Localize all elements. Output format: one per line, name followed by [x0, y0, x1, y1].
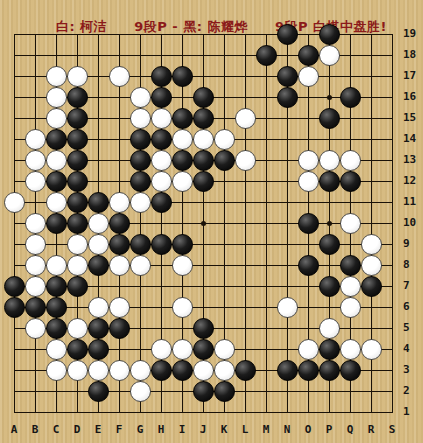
intersection-D2[interactable] [67, 381, 88, 402]
intersection-H19[interactable] [151, 24, 172, 45]
intersection-H10[interactable] [151, 213, 172, 234]
intersection-O9[interactable] [298, 234, 319, 255]
intersection-I2[interactable] [172, 381, 193, 402]
intersection-B14[interactable] [25, 129, 46, 150]
intersection-C5[interactable] [46, 318, 67, 339]
intersection-N1[interactable] [277, 402, 298, 423]
intersection-O1[interactable] [298, 402, 319, 423]
intersection-P17[interactable] [319, 66, 340, 87]
intersection-G18[interactable] [130, 45, 151, 66]
intersection-J5[interactable] [193, 318, 214, 339]
intersection-M9[interactable] [256, 234, 277, 255]
intersection-C13[interactable] [46, 150, 67, 171]
intersection-B16[interactable] [25, 87, 46, 108]
intersection-N10[interactable] [277, 213, 298, 234]
intersection-K4[interactable] [214, 339, 235, 360]
intersection-I5[interactable] [172, 318, 193, 339]
intersection-J19[interactable] [193, 24, 214, 45]
intersection-O8[interactable] [298, 255, 319, 276]
intersection-M8[interactable] [256, 255, 277, 276]
intersection-A16[interactable] [4, 87, 25, 108]
intersection-N6[interactable] [277, 297, 298, 318]
intersection-I10[interactable] [172, 213, 193, 234]
intersection-S9[interactable] [382, 234, 403, 255]
intersection-I3[interactable] [172, 360, 193, 381]
intersection-F18[interactable] [109, 45, 130, 66]
intersection-P16[interactable] [319, 87, 340, 108]
intersection-O5[interactable] [298, 318, 319, 339]
intersection-E7[interactable] [88, 276, 109, 297]
intersection-N3[interactable] [277, 360, 298, 381]
intersection-O17[interactable] [298, 66, 319, 87]
intersection-B7[interactable] [25, 276, 46, 297]
intersection-Q4[interactable] [340, 339, 361, 360]
intersection-C6[interactable] [46, 297, 67, 318]
intersection-K10[interactable] [214, 213, 235, 234]
intersection-H12[interactable] [151, 171, 172, 192]
intersection-N5[interactable] [277, 318, 298, 339]
intersection-N15[interactable] [277, 108, 298, 129]
intersection-R3[interactable] [361, 360, 382, 381]
intersection-R5[interactable] [361, 318, 382, 339]
intersection-N7[interactable] [277, 276, 298, 297]
intersection-F13[interactable] [109, 150, 130, 171]
intersection-K7[interactable] [214, 276, 235, 297]
intersection-N16[interactable] [277, 87, 298, 108]
intersection-K1[interactable] [214, 402, 235, 423]
intersection-O6[interactable] [298, 297, 319, 318]
intersection-K18[interactable] [214, 45, 235, 66]
intersection-I8[interactable] [172, 255, 193, 276]
intersection-S1[interactable] [382, 402, 403, 423]
intersection-K19[interactable] [214, 24, 235, 45]
intersection-B19[interactable] [25, 24, 46, 45]
intersection-L7[interactable] [235, 276, 256, 297]
intersection-P13[interactable] [319, 150, 340, 171]
intersection-S6[interactable] [382, 297, 403, 318]
intersection-P11[interactable] [319, 192, 340, 213]
intersection-K8[interactable] [214, 255, 235, 276]
intersection-R9[interactable] [361, 234, 382, 255]
intersection-N9[interactable] [277, 234, 298, 255]
intersection-G17[interactable] [130, 66, 151, 87]
intersection-O16[interactable] [298, 87, 319, 108]
intersection-Q6[interactable] [340, 297, 361, 318]
intersection-A19[interactable] [4, 24, 25, 45]
intersection-F1[interactable] [109, 402, 130, 423]
intersection-H14[interactable] [151, 129, 172, 150]
intersection-B4[interactable] [25, 339, 46, 360]
intersection-S18[interactable] [382, 45, 403, 66]
intersection-C16[interactable] [46, 87, 67, 108]
intersection-S16[interactable] [382, 87, 403, 108]
intersection-H7[interactable] [151, 276, 172, 297]
intersection-O4[interactable] [298, 339, 319, 360]
intersection-C1[interactable] [46, 402, 67, 423]
intersection-M6[interactable] [256, 297, 277, 318]
intersection-F11[interactable] [109, 192, 130, 213]
intersection-K2[interactable] [214, 381, 235, 402]
intersection-F16[interactable] [109, 87, 130, 108]
intersection-S15[interactable] [382, 108, 403, 129]
intersection-P10[interactable] [319, 213, 340, 234]
intersection-D9[interactable] [67, 234, 88, 255]
intersection-S10[interactable] [382, 213, 403, 234]
intersection-D11[interactable] [67, 192, 88, 213]
intersection-J17[interactable] [193, 66, 214, 87]
intersection-I18[interactable] [172, 45, 193, 66]
intersection-L15[interactable] [235, 108, 256, 129]
intersection-J8[interactable] [193, 255, 214, 276]
intersection-C15[interactable] [46, 108, 67, 129]
intersection-J16[interactable] [193, 87, 214, 108]
intersection-R19[interactable] [361, 24, 382, 45]
intersection-E13[interactable] [88, 150, 109, 171]
intersection-F3[interactable] [109, 360, 130, 381]
intersection-J10[interactable] [193, 213, 214, 234]
intersection-B3[interactable] [25, 360, 46, 381]
intersection-B9[interactable] [25, 234, 46, 255]
intersection-O11[interactable] [298, 192, 319, 213]
intersection-P6[interactable] [319, 297, 340, 318]
intersection-H11[interactable] [151, 192, 172, 213]
intersection-L16[interactable] [235, 87, 256, 108]
intersection-L19[interactable] [235, 24, 256, 45]
intersection-E15[interactable] [88, 108, 109, 129]
intersection-M10[interactable] [256, 213, 277, 234]
intersection-B15[interactable] [25, 108, 46, 129]
intersection-R17[interactable] [361, 66, 382, 87]
intersection-E12[interactable] [88, 171, 109, 192]
intersection-L18[interactable] [235, 45, 256, 66]
intersection-D7[interactable] [67, 276, 88, 297]
intersection-D3[interactable] [67, 360, 88, 381]
intersection-D18[interactable] [67, 45, 88, 66]
intersection-S2[interactable] [382, 381, 403, 402]
intersection-B6[interactable] [25, 297, 46, 318]
intersection-K15[interactable] [214, 108, 235, 129]
intersection-L6[interactable] [235, 297, 256, 318]
intersection-N2[interactable] [277, 381, 298, 402]
intersection-A7[interactable] [4, 276, 25, 297]
intersection-D15[interactable] [67, 108, 88, 129]
intersection-R12[interactable] [361, 171, 382, 192]
intersection-Q15[interactable] [340, 108, 361, 129]
intersection-J11[interactable] [193, 192, 214, 213]
intersection-G5[interactable] [130, 318, 151, 339]
intersection-Q3[interactable] [340, 360, 361, 381]
intersection-G14[interactable] [130, 129, 151, 150]
intersection-P14[interactable] [319, 129, 340, 150]
intersection-R18[interactable] [361, 45, 382, 66]
intersection-E10[interactable] [88, 213, 109, 234]
intersection-R11[interactable] [361, 192, 382, 213]
intersection-G16[interactable] [130, 87, 151, 108]
intersection-H6[interactable] [151, 297, 172, 318]
intersection-G3[interactable] [130, 360, 151, 381]
intersection-K11[interactable] [214, 192, 235, 213]
intersection-R6[interactable] [361, 297, 382, 318]
intersection-A18[interactable] [4, 45, 25, 66]
intersection-D13[interactable] [67, 150, 88, 171]
intersection-E14[interactable] [88, 129, 109, 150]
intersection-P5[interactable] [319, 318, 340, 339]
intersection-O7[interactable] [298, 276, 319, 297]
intersection-G4[interactable] [130, 339, 151, 360]
intersection-H3[interactable] [151, 360, 172, 381]
intersection-A10[interactable] [4, 213, 25, 234]
intersection-Q8[interactable] [340, 255, 361, 276]
intersection-J9[interactable] [193, 234, 214, 255]
intersection-B8[interactable] [25, 255, 46, 276]
intersection-E8[interactable] [88, 255, 109, 276]
intersection-D5[interactable] [67, 318, 88, 339]
intersection-I14[interactable] [172, 129, 193, 150]
intersection-E5[interactable] [88, 318, 109, 339]
intersection-K17[interactable] [214, 66, 235, 87]
intersection-Q2[interactable] [340, 381, 361, 402]
intersection-P12[interactable] [319, 171, 340, 192]
intersection-M19[interactable] [256, 24, 277, 45]
intersection-M14[interactable] [256, 129, 277, 150]
intersection-S5[interactable] [382, 318, 403, 339]
intersection-B13[interactable] [25, 150, 46, 171]
intersection-A3[interactable] [4, 360, 25, 381]
intersection-N11[interactable] [277, 192, 298, 213]
intersection-N4[interactable] [277, 339, 298, 360]
intersection-H4[interactable] [151, 339, 172, 360]
intersection-J7[interactable] [193, 276, 214, 297]
intersection-S3[interactable] [382, 360, 403, 381]
intersection-I1[interactable] [172, 402, 193, 423]
intersection-B18[interactable] [25, 45, 46, 66]
intersection-H9[interactable] [151, 234, 172, 255]
intersection-C18[interactable] [46, 45, 67, 66]
intersection-C8[interactable] [46, 255, 67, 276]
intersection-E2[interactable] [88, 381, 109, 402]
intersection-E17[interactable] [88, 66, 109, 87]
intersection-P9[interactable] [319, 234, 340, 255]
intersection-B11[interactable] [25, 192, 46, 213]
intersection-Q17[interactable] [340, 66, 361, 87]
intersection-R2[interactable] [361, 381, 382, 402]
intersection-I16[interactable] [172, 87, 193, 108]
intersection-G7[interactable] [130, 276, 151, 297]
intersection-H5[interactable] [151, 318, 172, 339]
intersection-J1[interactable] [193, 402, 214, 423]
intersection-S7[interactable] [382, 276, 403, 297]
intersection-D19[interactable] [67, 24, 88, 45]
intersection-G15[interactable] [130, 108, 151, 129]
intersection-N19[interactable] [277, 24, 298, 45]
intersection-R10[interactable] [361, 213, 382, 234]
intersection-S13[interactable] [382, 150, 403, 171]
intersection-Q11[interactable] [340, 192, 361, 213]
intersection-B17[interactable] [25, 66, 46, 87]
intersection-D6[interactable] [67, 297, 88, 318]
intersection-R1[interactable] [361, 402, 382, 423]
intersection-P19[interactable] [319, 24, 340, 45]
intersection-B1[interactable] [25, 402, 46, 423]
intersection-S17[interactable] [382, 66, 403, 87]
intersection-Q9[interactable] [340, 234, 361, 255]
intersection-P8[interactable] [319, 255, 340, 276]
intersection-J15[interactable] [193, 108, 214, 129]
intersection-G12[interactable] [130, 171, 151, 192]
intersection-E4[interactable] [88, 339, 109, 360]
intersection-F5[interactable] [109, 318, 130, 339]
intersection-E1[interactable] [88, 402, 109, 423]
intersection-Q10[interactable] [340, 213, 361, 234]
intersection-S4[interactable] [382, 339, 403, 360]
intersection-R4[interactable] [361, 339, 382, 360]
intersection-N13[interactable] [277, 150, 298, 171]
intersection-L11[interactable] [235, 192, 256, 213]
intersection-I6[interactable] [172, 297, 193, 318]
intersection-F17[interactable] [109, 66, 130, 87]
intersection-I4[interactable] [172, 339, 193, 360]
intersection-N12[interactable] [277, 171, 298, 192]
intersection-I12[interactable] [172, 171, 193, 192]
intersection-L17[interactable] [235, 66, 256, 87]
intersection-A4[interactable] [4, 339, 25, 360]
intersection-K16[interactable] [214, 87, 235, 108]
intersection-C10[interactable] [46, 213, 67, 234]
intersection-D1[interactable] [67, 402, 88, 423]
intersection-O12[interactable] [298, 171, 319, 192]
intersection-L3[interactable] [235, 360, 256, 381]
intersection-F8[interactable] [109, 255, 130, 276]
intersection-L12[interactable] [235, 171, 256, 192]
intersection-S19[interactable] [382, 24, 403, 45]
intersection-A11[interactable] [4, 192, 25, 213]
intersection-A14[interactable] [4, 129, 25, 150]
intersection-R7[interactable] [361, 276, 382, 297]
intersection-J3[interactable] [193, 360, 214, 381]
intersection-A17[interactable] [4, 66, 25, 87]
intersection-C19[interactable] [46, 24, 67, 45]
intersection-K5[interactable] [214, 318, 235, 339]
intersection-M5[interactable] [256, 318, 277, 339]
intersection-E6[interactable] [88, 297, 109, 318]
intersection-O15[interactable] [298, 108, 319, 129]
intersection-B10[interactable] [25, 213, 46, 234]
intersection-C7[interactable] [46, 276, 67, 297]
intersection-G2[interactable] [130, 381, 151, 402]
intersection-N18[interactable] [277, 45, 298, 66]
intersection-J13[interactable] [193, 150, 214, 171]
intersection-L10[interactable] [235, 213, 256, 234]
intersection-I15[interactable] [172, 108, 193, 129]
intersection-E16[interactable] [88, 87, 109, 108]
intersection-C3[interactable] [46, 360, 67, 381]
intersection-F14[interactable] [109, 129, 130, 150]
intersection-F10[interactable] [109, 213, 130, 234]
intersection-H16[interactable] [151, 87, 172, 108]
intersection-K14[interactable] [214, 129, 235, 150]
intersection-G1[interactable] [130, 402, 151, 423]
intersection-I7[interactable] [172, 276, 193, 297]
intersection-I19[interactable] [172, 24, 193, 45]
intersection-Q5[interactable] [340, 318, 361, 339]
intersection-Q19[interactable] [340, 24, 361, 45]
intersection-D17[interactable] [67, 66, 88, 87]
intersection-N17[interactable] [277, 66, 298, 87]
intersection-S11[interactable] [382, 192, 403, 213]
intersection-O14[interactable] [298, 129, 319, 150]
intersection-N8[interactable] [277, 255, 298, 276]
intersection-P2[interactable] [319, 381, 340, 402]
intersection-E18[interactable] [88, 45, 109, 66]
intersection-G8[interactable] [130, 255, 151, 276]
intersection-Q14[interactable] [340, 129, 361, 150]
intersection-Q16[interactable] [340, 87, 361, 108]
intersection-J6[interactable] [193, 297, 214, 318]
intersection-M16[interactable] [256, 87, 277, 108]
intersection-A8[interactable] [4, 255, 25, 276]
intersection-D14[interactable] [67, 129, 88, 150]
intersection-O3[interactable] [298, 360, 319, 381]
intersection-I17[interactable] [172, 66, 193, 87]
intersection-N14[interactable] [277, 129, 298, 150]
intersection-J2[interactable] [193, 381, 214, 402]
intersection-M18[interactable] [256, 45, 277, 66]
intersection-L8[interactable] [235, 255, 256, 276]
intersection-G9[interactable] [130, 234, 151, 255]
intersection-K9[interactable] [214, 234, 235, 255]
intersection-A15[interactable] [4, 108, 25, 129]
intersection-Q7[interactable] [340, 276, 361, 297]
intersection-D12[interactable] [67, 171, 88, 192]
intersection-C2[interactable] [46, 381, 67, 402]
intersection-Q18[interactable] [340, 45, 361, 66]
intersection-F19[interactable] [109, 24, 130, 45]
intersection-R13[interactable] [361, 150, 382, 171]
intersection-J18[interactable] [193, 45, 214, 66]
intersection-O13[interactable] [298, 150, 319, 171]
intersection-P1[interactable] [319, 402, 340, 423]
intersection-F4[interactable] [109, 339, 130, 360]
intersection-R15[interactable] [361, 108, 382, 129]
intersection-I13[interactable] [172, 150, 193, 171]
intersection-O2[interactable] [298, 381, 319, 402]
intersection-G6[interactable] [130, 297, 151, 318]
intersection-G10[interactable] [130, 213, 151, 234]
intersection-K6[interactable] [214, 297, 235, 318]
intersection-D16[interactable] [67, 87, 88, 108]
intersection-C11[interactable] [46, 192, 67, 213]
intersection-K13[interactable] [214, 150, 235, 171]
intersection-A5[interactable] [4, 318, 25, 339]
intersection-B5[interactable] [25, 318, 46, 339]
intersection-M1[interactable] [256, 402, 277, 423]
intersection-L13[interactable] [235, 150, 256, 171]
intersection-E19[interactable] [88, 24, 109, 45]
intersection-P4[interactable] [319, 339, 340, 360]
intersection-D10[interactable] [67, 213, 88, 234]
intersection-C9[interactable] [46, 234, 67, 255]
intersection-H2[interactable] [151, 381, 172, 402]
intersection-P18[interactable] [319, 45, 340, 66]
intersection-E11[interactable] [88, 192, 109, 213]
intersection-P7[interactable] [319, 276, 340, 297]
intersection-A9[interactable] [4, 234, 25, 255]
intersection-O19[interactable] [298, 24, 319, 45]
intersection-L1[interactable] [235, 402, 256, 423]
intersection-F7[interactable] [109, 276, 130, 297]
intersection-M2[interactable] [256, 381, 277, 402]
intersection-M17[interactable] [256, 66, 277, 87]
